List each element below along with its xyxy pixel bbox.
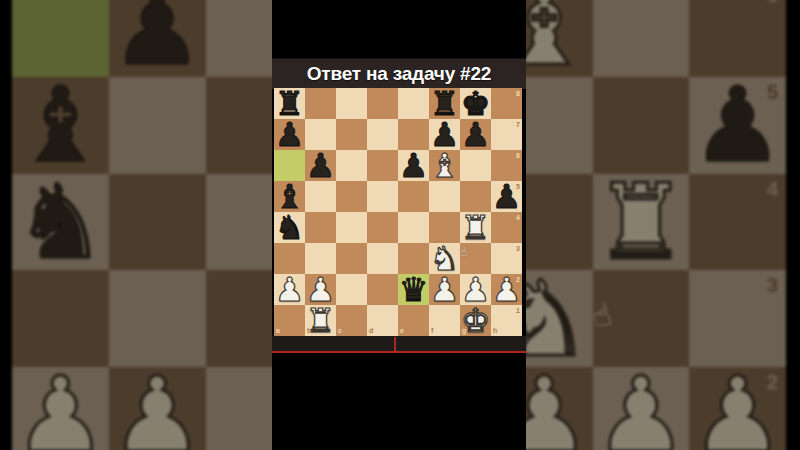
rank-label-4: 4 bbox=[516, 214, 520, 221]
video-panel: Ответ на задачу #22 ♜♜♚8♟♟♟7♟♟♝6♝♟5♞♜4♞3… bbox=[272, 0, 526, 450]
file-label-a: a bbox=[276, 327, 280, 334]
square-a2: ♟ bbox=[12, 367, 109, 450]
file-label-b: b bbox=[307, 327, 311, 334]
square-c2[interactable] bbox=[336, 274, 367, 305]
rank-label-3: 3 bbox=[767, 274, 778, 297]
rank-label-6: 6 bbox=[767, 0, 778, 7]
square-e2[interactable]: ♛ bbox=[398, 274, 429, 305]
square-e6[interactable]: ♟ bbox=[398, 150, 429, 181]
white-pawn-a2: ♟ bbox=[14, 367, 107, 450]
white-pawn-g2: ♟ bbox=[594, 367, 687, 450]
square-h8[interactable]: 8 bbox=[491, 88, 522, 119]
rank-label-7: 7 bbox=[516, 121, 520, 128]
file-label-e: e bbox=[400, 327, 404, 334]
square-g4: ♜ bbox=[593, 174, 690, 271]
square-a4: ♞ bbox=[12, 174, 109, 271]
white-pawn-b2: ♟ bbox=[111, 367, 204, 450]
white-rook-g4[interactable]: ♜ bbox=[461, 212, 491, 243]
square-a5: ♝ bbox=[12, 77, 109, 174]
board-footer-band bbox=[272, 336, 526, 351]
square-h1[interactable]: 1h bbox=[491, 305, 522, 336]
square-b5 bbox=[109, 77, 206, 174]
square-f5[interactable] bbox=[429, 181, 460, 212]
rank-label-5: 5 bbox=[767, 81, 778, 104]
rank-label-2: 2 bbox=[767, 371, 778, 394]
white-rook-g4: ♜ bbox=[594, 174, 687, 270]
square-b3 bbox=[109, 270, 206, 367]
square-f6[interactable]: ♝ bbox=[429, 150, 460, 181]
square-h5[interactable]: ♟5 bbox=[491, 181, 522, 212]
square-h4: 4 bbox=[689, 174, 786, 271]
rank-label-6: 6 bbox=[516, 152, 520, 159]
black-pawn-b6[interactable]: ♟ bbox=[306, 150, 336, 181]
square-b6: ♟ bbox=[109, 0, 206, 77]
black-bishop-a5: ♝ bbox=[14, 77, 107, 173]
black-knight-a4[interactable]: ♞ bbox=[275, 212, 305, 243]
rank-label-2: 2 bbox=[516, 276, 520, 283]
file-label-c: c bbox=[338, 327, 342, 334]
square-h7[interactable]: 7 bbox=[491, 119, 522, 150]
square-h2: ♟2 bbox=[689, 367, 786, 450]
square-b2: ♟ bbox=[109, 367, 206, 450]
square-d1[interactable]: d bbox=[367, 305, 398, 336]
square-c4[interactable] bbox=[336, 212, 367, 243]
square-a2[interactable]: ♟ bbox=[274, 274, 305, 305]
square-g1[interactable]: ♚g bbox=[460, 305, 491, 336]
rank-label-1: 1 bbox=[516, 307, 520, 314]
file-label-h: h bbox=[493, 327, 497, 334]
square-d7[interactable] bbox=[367, 119, 398, 150]
square-h4[interactable]: 4 bbox=[491, 212, 522, 243]
square-g6 bbox=[593, 0, 690, 77]
square-d5[interactable] bbox=[367, 181, 398, 212]
square-g7[interactable]: ♟ bbox=[460, 119, 491, 150]
square-c3[interactable] bbox=[336, 243, 367, 274]
square-g5 bbox=[593, 77, 690, 174]
chess-board[interactable]: ♜♜♚8♟♟♟7♟♟♝6♝♟5♞♜4♞3♟♟♛♟♟♟2a♜bcdef♚g1h bbox=[274, 88, 522, 336]
square-c8[interactable] bbox=[336, 88, 367, 119]
square-h2[interactable]: ♟2 bbox=[491, 274, 522, 305]
square-f2[interactable]: ♟ bbox=[429, 274, 460, 305]
square-e1[interactable]: e bbox=[398, 305, 429, 336]
square-g4[interactable]: ♜ bbox=[460, 212, 491, 243]
rank-label-5: 5 bbox=[516, 183, 520, 190]
square-f1[interactable]: f bbox=[429, 305, 460, 336]
square-e8[interactable] bbox=[398, 88, 429, 119]
square-c7[interactable] bbox=[336, 119, 367, 150]
white-pawn-f2[interactable]: ♟ bbox=[430, 274, 460, 305]
white-pawn-a2[interactable]: ♟ bbox=[275, 274, 305, 305]
square-b8[interactable] bbox=[305, 88, 336, 119]
white-bishop-f6[interactable]: ♝ bbox=[430, 150, 460, 181]
file-label-f: f bbox=[431, 327, 433, 334]
square-b1[interactable]: ♜b bbox=[305, 305, 336, 336]
rank-label-4: 4 bbox=[767, 178, 778, 201]
progress-bar[interactable] bbox=[272, 351, 526, 353]
square-h5: ♟5 bbox=[689, 77, 786, 174]
square-e4[interactable] bbox=[398, 212, 429, 243]
square-a1[interactable]: a bbox=[274, 305, 305, 336]
black-pawn-b6: ♟ bbox=[111, 0, 204, 76]
black-knight-a4: ♞ bbox=[14, 174, 107, 270]
square-b4 bbox=[109, 174, 206, 271]
square-c1[interactable]: c bbox=[336, 305, 367, 336]
file-label-g: g bbox=[462, 327, 466, 334]
black-queen-e2[interactable]: ♛ bbox=[399, 274, 429, 305]
square-g6[interactable] bbox=[460, 150, 491, 181]
square-a4[interactable]: ♞ bbox=[274, 212, 305, 243]
black-pawn-g7[interactable]: ♟ bbox=[461, 119, 491, 150]
square-e5[interactable] bbox=[398, 181, 429, 212]
square-b5[interactable] bbox=[305, 181, 336, 212]
square-h3: 3 bbox=[689, 270, 786, 367]
rank-label-8: 8 bbox=[516, 90, 520, 97]
square-c5[interactable] bbox=[336, 181, 367, 212]
black-pawn-a7[interactable]: ♟ bbox=[275, 119, 305, 150]
file-label-d: d bbox=[369, 327, 373, 334]
square-d2[interactable] bbox=[367, 274, 398, 305]
rank-label-3: 3 bbox=[516, 245, 520, 252]
square-c6[interactable] bbox=[336, 150, 367, 181]
square-g2: ♟ bbox=[593, 367, 690, 450]
square-b6[interactable]: ♟ bbox=[305, 150, 336, 181]
progress-playhead[interactable] bbox=[394, 337, 396, 351]
square-a3 bbox=[12, 270, 109, 367]
square-d4[interactable] bbox=[367, 212, 398, 243]
square-a7[interactable]: ♟ bbox=[274, 119, 305, 150]
square-d6[interactable] bbox=[367, 150, 398, 181]
square-d8[interactable] bbox=[367, 88, 398, 119]
square-b4[interactable] bbox=[305, 212, 336, 243]
square-d3[interactable] bbox=[367, 243, 398, 274]
black-pawn-e6[interactable]: ♟ bbox=[399, 150, 429, 181]
